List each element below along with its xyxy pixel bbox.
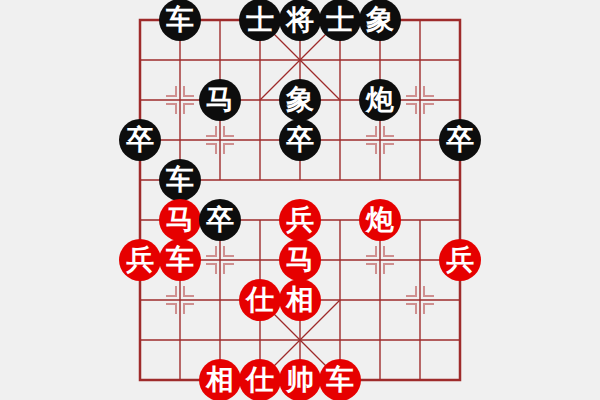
marker-bracket bbox=[383, 143, 394, 154]
marker-bracket bbox=[366, 126, 377, 137]
marker-bracket bbox=[183, 286, 194, 297]
piece-red-chariot[interactable]: 车 bbox=[159, 239, 201, 281]
point-marker bbox=[166, 86, 194, 114]
marker-bracket bbox=[406, 303, 417, 314]
piece-red-elephant[interactable]: 相 bbox=[199, 359, 241, 400]
piece-black-advisor[interactable]: 士 bbox=[239, 0, 281, 41]
marker-bracket bbox=[206, 126, 217, 137]
point-marker bbox=[166, 286, 194, 314]
piece-red-cannon[interactable]: 炮 bbox=[359, 199, 401, 241]
piece-red-horse[interactable]: 马 bbox=[159, 199, 201, 241]
marker-bracket bbox=[406, 286, 417, 297]
piece-red-advisor[interactable]: 仕 bbox=[239, 359, 281, 400]
marker-bracket bbox=[423, 286, 434, 297]
marker-bracket bbox=[383, 263, 394, 274]
marker-bracket bbox=[406, 86, 417, 97]
piece-black-advisor[interactable]: 士 bbox=[319, 0, 361, 41]
marker-bracket bbox=[423, 103, 434, 114]
piece-red-elephant[interactable]: 相 bbox=[279, 279, 321, 321]
piece-black-chariot[interactable]: 车 bbox=[159, 159, 201, 201]
piece-red-horse[interactable]: 马 bbox=[279, 239, 321, 281]
marker-bracket bbox=[183, 86, 194, 97]
marker-bracket bbox=[383, 246, 394, 257]
piece-black-elephant[interactable]: 象 bbox=[359, 0, 401, 41]
marker-bracket bbox=[183, 303, 194, 314]
piece-black-general[interactable]: 将 bbox=[279, 0, 321, 41]
xiangqi-app-canvas: 车士将士象马象炮卒卒卒车马卒兵炮兵车马兵仕相相仕帅车 bbox=[0, 0, 600, 400]
marker-bracket bbox=[223, 246, 234, 257]
point-marker bbox=[406, 286, 434, 314]
marker-bracket bbox=[166, 103, 177, 114]
marker-bracket bbox=[366, 263, 377, 274]
point-marker bbox=[366, 126, 394, 154]
piece-black-soldier[interactable]: 卒 bbox=[439, 119, 481, 161]
point-marker bbox=[366, 246, 394, 274]
piece-red-general[interactable]: 帅 bbox=[279, 359, 321, 400]
xiangqi-board[interactable]: 车士将士象马象炮卒卒卒车马卒兵炮兵车马兵仕相相仕帅车 bbox=[140, 20, 460, 380]
marker-bracket bbox=[423, 86, 434, 97]
marker-bracket bbox=[206, 143, 217, 154]
point-marker bbox=[406, 86, 434, 114]
marker-bracket bbox=[223, 126, 234, 137]
piece-black-cannon[interactable]: 炮 bbox=[359, 79, 401, 121]
piece-red-soldier[interactable]: 兵 bbox=[439, 239, 481, 281]
piece-black-horse[interactable]: 马 bbox=[199, 79, 241, 121]
marker-bracket bbox=[366, 143, 377, 154]
piece-black-chariot[interactable]: 车 bbox=[159, 0, 201, 41]
marker-bracket bbox=[206, 246, 217, 257]
piece-red-chariot[interactable]: 车 bbox=[319, 359, 361, 400]
marker-bracket bbox=[223, 263, 234, 274]
piece-black-soldier[interactable]: 卒 bbox=[119, 119, 161, 161]
marker-bracket bbox=[423, 303, 434, 314]
piece-black-soldier[interactable]: 卒 bbox=[199, 199, 241, 241]
marker-bracket bbox=[406, 103, 417, 114]
piece-black-elephant[interactable]: 象 bbox=[279, 79, 321, 121]
point-marker bbox=[206, 246, 234, 274]
piece-red-soldier[interactable]: 兵 bbox=[279, 199, 321, 241]
marker-bracket bbox=[206, 263, 217, 274]
marker-bracket bbox=[166, 286, 177, 297]
piece-black-soldier[interactable]: 卒 bbox=[279, 119, 321, 161]
marker-bracket bbox=[366, 246, 377, 257]
marker-bracket bbox=[183, 103, 194, 114]
piece-red-soldier[interactable]: 兵 bbox=[119, 239, 161, 281]
marker-bracket bbox=[166, 303, 177, 314]
piece-red-advisor[interactable]: 仕 bbox=[239, 279, 281, 321]
marker-bracket bbox=[166, 86, 177, 97]
marker-bracket bbox=[383, 126, 394, 137]
marker-bracket bbox=[223, 143, 234, 154]
point-marker bbox=[206, 126, 234, 154]
